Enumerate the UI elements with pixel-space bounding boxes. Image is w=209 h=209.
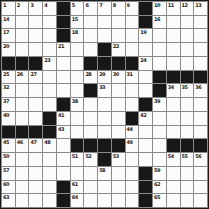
cell-r5c6[interactable] (71, 57, 84, 70)
cell-r3c8[interactable] (98, 29, 111, 42)
cell-r13c9[interactable] (112, 167, 125, 180)
clue-number-6: 6 (85, 2, 88, 8)
cell-r10c4-black (43, 126, 56, 139)
cell-r10c15[interactable] (194, 126, 207, 139)
cell-r3c14[interactable] (181, 29, 194, 42)
clue-number-24: 24 (140, 57, 146, 63)
cell-r6c11[interactable] (139, 71, 152, 84)
cell-r13c8[interactable]: 58 (98, 167, 111, 180)
clue-number-64: 64 (72, 194, 78, 200)
cell-r2c2[interactable] (16, 16, 29, 29)
cell-r2c3[interactable] (29, 16, 42, 29)
cell-r12c1[interactable]: 50 (2, 153, 15, 166)
cell-r4c4[interactable] (43, 43, 56, 56)
cell-r2c15[interactable] (194, 16, 207, 29)
clue-number-55: 55 (182, 153, 188, 159)
clue-number-17: 17 (3, 29, 9, 35)
clue-number-27: 27 (30, 71, 36, 77)
cell-r14c5-black (57, 181, 70, 194)
cell-r15c12[interactable]: 65 (153, 194, 166, 207)
cell-r2c12[interactable]: 16 (153, 16, 166, 29)
cell-r5c15[interactable] (194, 57, 207, 70)
cell-r8c7[interactable] (84, 98, 97, 111)
cell-r1c2[interactable]: 2 (16, 2, 29, 15)
cell-r11c5[interactable] (57, 139, 70, 152)
cell-r6c9[interactable]: 30 (112, 71, 125, 84)
clue-number-47: 47 (30, 139, 36, 145)
cell-r5c8-black (98, 57, 111, 70)
cell-r5c14[interactable] (181, 57, 194, 70)
cell-r14c7[interactable] (84, 181, 97, 194)
cell-r1c7[interactable]: 6 (84, 2, 97, 15)
cell-r11c11[interactable] (139, 139, 152, 152)
cell-r3c4[interactable] (43, 29, 56, 42)
cell-r9c11[interactable]: 42 (139, 112, 152, 125)
cell-r15c14[interactable] (181, 194, 194, 207)
cell-r12c6[interactable]: 51 (71, 153, 84, 166)
cell-r3c2[interactable] (16, 29, 29, 42)
cell-r11c10[interactable]: 49 (126, 139, 139, 152)
cell-r6c2[interactable]: 26 (16, 71, 29, 84)
clue-number-21: 21 (58, 43, 64, 49)
cell-r15c7[interactable] (84, 194, 97, 207)
clue-number-25: 25 (3, 71, 9, 77)
cell-r4c2[interactable] (16, 43, 29, 56)
clue-number-52: 52 (85, 153, 91, 159)
clue-number-54: 54 (168, 153, 174, 159)
clue-number-13: 13 (195, 2, 201, 8)
cell-r14c2[interactable] (16, 181, 29, 194)
cell-r14c1[interactable]: 60 (2, 181, 15, 194)
clue-number-10: 10 (154, 2, 160, 8)
clue-number-16: 16 (154, 16, 160, 22)
clue-number-60: 60 (3, 181, 9, 187)
cell-r7c11[interactable] (139, 84, 152, 97)
cell-r10c3-black (29, 126, 42, 139)
cell-r15c9[interactable] (112, 194, 125, 207)
clue-number-59: 59 (154, 167, 160, 173)
cell-r8c14[interactable] (181, 98, 194, 111)
cell-r8c9[interactable] (112, 98, 125, 111)
cell-r13c14[interactable] (181, 167, 194, 180)
cell-r7c7-black (84, 84, 97, 97)
cell-r1c6[interactable]: 5 (71, 2, 84, 15)
cell-r15c4[interactable] (43, 194, 56, 207)
cell-r10c13[interactable] (167, 126, 180, 139)
clue-number-22: 22 (113, 43, 119, 49)
cell-r9c5[interactable]: 41 (57, 112, 70, 125)
cell-r14c12[interactable]: 62 (153, 181, 166, 194)
cell-r9c1[interactable]: 40 (2, 112, 15, 125)
cell-r10c10[interactable]: 44 (126, 126, 139, 139)
cell-r4c15[interactable] (194, 43, 207, 56)
cell-r3c10[interactable] (126, 29, 139, 42)
cell-r7c4[interactable] (43, 84, 56, 97)
cell-r14c6[interactable]: 61 (71, 181, 84, 194)
clue-number-1: 1 (3, 2, 6, 8)
clue-number-19: 19 (140, 29, 146, 35)
cell-r15c6[interactable]: 64 (71, 194, 84, 207)
cell-r1c3[interactable]: 3 (29, 2, 42, 15)
cell-r7c6[interactable] (71, 84, 84, 97)
clue-number-65: 65 (154, 194, 160, 200)
cell-r13c11-black (139, 167, 152, 180)
cell-r15c5-black (57, 194, 70, 207)
cell-r14c8[interactable] (98, 181, 111, 194)
cell-r10c5[interactable]: 43 (57, 126, 70, 139)
clue-number-53: 53 (113, 153, 119, 159)
cell-r4c11[interactable] (139, 43, 152, 56)
cell-r9c9[interactable] (112, 112, 125, 125)
cell-r8c10[interactable] (126, 98, 139, 111)
cell-r6c6[interactable] (71, 71, 84, 84)
cell-r3c6[interactable]: 18 (71, 29, 84, 42)
cell-r5c2-black (16, 57, 29, 70)
cell-r12c7[interactable]: 52 (84, 153, 97, 166)
cell-r6c4[interactable] (43, 71, 56, 84)
cell-r14c11-black (139, 181, 152, 194)
cell-r8c15[interactable] (194, 98, 207, 111)
clue-number-14: 14 (3, 16, 9, 22)
clue-number-12: 12 (182, 2, 188, 8)
cell-r6c7[interactable]: 28 (84, 71, 97, 84)
cell-r4c13[interactable] (167, 43, 180, 56)
cell-r1c15[interactable]: 13 (194, 2, 207, 15)
cell-r5c1-black (2, 57, 15, 70)
cell-r6c10[interactable]: 31 (126, 71, 139, 84)
cell-r5c9-black (112, 57, 125, 70)
cell-r4c1[interactable]: 20 (2, 43, 15, 56)
cell-r8c3[interactable] (29, 98, 42, 111)
cell-r5c3-black (29, 57, 42, 70)
cell-r13c10[interactable] (126, 167, 139, 180)
cell-r3c3[interactable] (29, 29, 42, 42)
cell-r9c7[interactable] (84, 112, 97, 125)
clue-number-33: 33 (99, 84, 105, 90)
cell-r9c2[interactable] (16, 112, 29, 125)
clue-number-36: 36 (195, 84, 201, 90)
clue-number-48: 48 (44, 139, 50, 145)
cell-r7c5[interactable] (57, 84, 70, 97)
clue-number-42: 42 (140, 112, 146, 118)
clue-number-3: 3 (30, 2, 33, 8)
cell-r12c5[interactable] (57, 153, 70, 166)
cell-r1c5-black (57, 2, 70, 15)
cell-r2c9[interactable] (112, 16, 125, 29)
cell-r8c13[interactable] (167, 98, 180, 111)
cell-r7c1[interactable]: 32 (2, 84, 15, 97)
clue-number-37: 37 (3, 98, 9, 104)
cell-r10c14[interactable] (181, 126, 194, 139)
cell-r9c14[interactable] (181, 112, 194, 125)
cell-r9c3[interactable] (29, 112, 42, 125)
cell-r12c2[interactable] (16, 153, 29, 166)
cell-r1c8[interactable]: 7 (98, 2, 111, 15)
cell-r10c12[interactable] (153, 126, 166, 139)
cell-r11c13-black (167, 139, 180, 152)
cell-r3c13[interactable] (167, 29, 180, 42)
clue-number-41: 41 (58, 112, 64, 118)
cell-r8c8[interactable] (98, 98, 111, 111)
cell-r13c13[interactable] (167, 167, 180, 180)
cell-r1c1[interactable]: 1 (2, 2, 15, 15)
cell-r1c10[interactable]: 9 (126, 2, 139, 15)
cell-r7c13[interactable]: 34 (167, 84, 180, 97)
clue-number-45: 45 (3, 139, 9, 145)
cell-r1c11-black (139, 2, 152, 15)
cell-r10c7[interactable] (84, 126, 97, 139)
cell-r15c15[interactable] (194, 194, 207, 207)
cell-r10c2-black (16, 126, 29, 139)
cell-r15c3[interactable] (29, 194, 42, 207)
cell-r6c13-black (167, 71, 180, 84)
cell-r8c11-black (139, 98, 152, 111)
cell-r7c8[interactable]: 33 (98, 84, 111, 97)
clue-number-63: 63 (3, 194, 9, 200)
cell-r2c6[interactable]: 15 (71, 16, 84, 29)
clue-number-28: 28 (85, 71, 91, 77)
clue-number-26: 26 (17, 71, 23, 77)
clue-number-18: 18 (72, 29, 78, 35)
cell-r2c5-black (57, 16, 70, 29)
cell-r1c14[interactable]: 12 (181, 2, 194, 15)
cell-r1c4[interactable]: 4 (43, 2, 56, 15)
cell-r8c5-black (57, 98, 70, 111)
cell-r7c3[interactable] (29, 84, 42, 97)
cell-r11c4[interactable]: 48 (43, 139, 56, 152)
cell-r7c9[interactable] (112, 84, 125, 97)
cell-r2c7[interactable] (84, 16, 97, 29)
cell-r3c15[interactable] (194, 29, 207, 42)
clue-number-23: 23 (44, 57, 50, 63)
cell-r11c6-black (71, 139, 84, 152)
cell-r10c8[interactable] (98, 126, 111, 139)
cell-r1c9[interactable]: 8 (112, 2, 125, 15)
cell-r11c1[interactable]: 45 (2, 139, 15, 152)
clue-number-7: 7 (99, 2, 102, 8)
cell-r10c9[interactable] (112, 126, 125, 139)
clue-number-50: 50 (3, 153, 9, 159)
cell-r12c10[interactable] (126, 153, 139, 166)
cell-r5c13[interactable] (167, 57, 180, 70)
cell-r15c10[interactable] (126, 194, 139, 207)
cell-r12c13[interactable]: 54 (167, 153, 180, 166)
cell-r14c13[interactable] (167, 181, 180, 194)
cell-r3c1[interactable]: 17 (2, 29, 15, 42)
clue-number-39: 39 (154, 98, 160, 104)
cell-r4c10[interactable] (126, 43, 139, 56)
clue-number-11: 11 (168, 2, 174, 8)
clue-number-32: 32 (3, 84, 9, 90)
cell-r6c5[interactable] (57, 71, 70, 84)
clue-number-46: 46 (17, 139, 23, 145)
cell-r11c14-black (181, 139, 194, 152)
cell-r13c15[interactable] (194, 167, 207, 180)
clue-number-15: 15 (72, 16, 78, 22)
cell-r13c7[interactable] (84, 167, 97, 180)
cell-r12c11[interactable] (139, 153, 152, 166)
cell-r11c7-black (84, 139, 97, 152)
cell-r9c12[interactable] (153, 112, 166, 125)
cell-r6c14-black (181, 71, 194, 84)
cell-r6c15-black (194, 71, 207, 84)
cell-r4c8-black (98, 43, 111, 56)
cell-r15c8[interactable] (98, 194, 111, 207)
cell-r4c7[interactable] (84, 43, 97, 56)
cell-r4c3[interactable] (29, 43, 42, 56)
clue-number-20: 20 (3, 43, 9, 49)
cell-r13c2[interactable] (16, 167, 29, 180)
cell-r14c9[interactable] (112, 181, 125, 194)
cell-r12c3[interactable] (29, 153, 42, 166)
cell-r9c6[interactable] (71, 112, 84, 125)
clue-number-49: 49 (127, 139, 133, 145)
cell-r10c11[interactable] (139, 126, 152, 139)
cell-r7c12-black (153, 84, 166, 97)
cell-r7c2[interactable] (16, 84, 29, 97)
cell-r12c15[interactable]: 56 (194, 153, 207, 166)
cell-r14c3[interactable] (29, 181, 42, 194)
cell-r2c14[interactable] (181, 16, 194, 29)
cell-r5c12[interactable] (153, 57, 166, 70)
cell-r2c10[interactable] (126, 16, 139, 29)
clue-number-31: 31 (127, 71, 133, 77)
cell-r14c10[interactable] (126, 181, 139, 194)
cell-r8c2[interactable] (16, 98, 29, 111)
cell-r8c1[interactable]: 37 (2, 98, 15, 111)
cell-r5c7-black (84, 57, 97, 70)
crossword-grid: 1234567891011121314151617181920212223242… (0, 0, 209, 209)
clue-number-38: 38 (72, 98, 78, 104)
cell-r7c14[interactable]: 35 (181, 84, 194, 97)
cell-r15c13[interactable] (167, 194, 180, 207)
clue-number-2: 2 (17, 2, 20, 8)
cell-r14c15[interactable] (194, 181, 207, 194)
cell-r15c1[interactable]: 63 (2, 194, 15, 207)
clue-number-40: 40 (3, 112, 9, 118)
cell-r7c15[interactable]: 36 (194, 84, 207, 97)
clue-number-61: 61 (72, 181, 78, 187)
clue-number-4: 4 (44, 2, 47, 8)
cell-r9c8[interactable] (98, 112, 111, 125)
cell-r9c10-black (126, 112, 139, 125)
cell-r11c12[interactable] (153, 139, 166, 152)
cell-r5c11[interactable]: 24 (139, 57, 152, 70)
clue-number-30: 30 (113, 71, 119, 77)
cell-r12c4[interactable] (43, 153, 56, 166)
cell-r3c9[interactable] (112, 29, 125, 42)
cell-r2c11-black (139, 16, 152, 29)
cell-r14c4[interactable] (43, 181, 56, 194)
clue-number-62: 62 (154, 181, 160, 187)
clue-number-43: 43 (58, 126, 64, 132)
cell-r3c12[interactable] (153, 29, 166, 42)
cell-r5c10-black (126, 57, 139, 70)
cell-r3c7[interactable] (84, 29, 97, 42)
cell-r4c14[interactable] (181, 43, 194, 56)
cell-r13c6[interactable] (71, 167, 84, 180)
cell-r11c9-black (112, 139, 125, 152)
cell-r1c13[interactable]: 11 (167, 2, 180, 15)
cell-r5c4[interactable]: 23 (43, 57, 56, 70)
clue-number-9: 9 (127, 2, 130, 8)
cell-r12c12[interactable] (153, 153, 166, 166)
cell-r4c9[interactable]: 22 (112, 43, 125, 56)
cell-r13c12[interactable]: 59 (153, 167, 166, 180)
cell-r7c10[interactable] (126, 84, 139, 97)
cell-r12c9[interactable]: 53 (112, 153, 125, 166)
cell-r11c3[interactable]: 47 (29, 139, 42, 152)
cell-r4c5[interactable]: 21 (57, 43, 70, 56)
cell-r2c8[interactable] (98, 16, 111, 29)
cell-r2c4[interactable] (43, 16, 56, 29)
cell-r12c8-black (98, 153, 111, 166)
cell-r4c12[interactable] (153, 43, 166, 56)
cell-r6c3[interactable]: 27 (29, 71, 42, 84)
clue-number-44: 44 (127, 126, 133, 132)
clue-number-5: 5 (72, 2, 75, 8)
cell-r13c5[interactable] (57, 167, 70, 180)
cell-r11c8-black (98, 139, 111, 152)
cell-r2c13[interactable] (167, 16, 180, 29)
cell-r9c13[interactable] (167, 112, 180, 125)
clue-number-8: 8 (113, 2, 116, 8)
cell-r2c1[interactable]: 14 (2, 16, 15, 29)
clue-number-58: 58 (99, 167, 105, 173)
clue-number-56: 56 (195, 153, 201, 159)
cell-r13c1[interactable]: 57 (2, 167, 15, 180)
clue-number-29: 29 (99, 71, 105, 77)
cell-r9c15[interactable] (194, 112, 207, 125)
cell-r8c12[interactable]: 39 (153, 98, 166, 111)
cell-r14c14[interactable] (181, 181, 194, 194)
clue-number-35: 35 (182, 84, 188, 90)
clue-number-51: 51 (72, 153, 78, 159)
cell-r8c4[interactable] (43, 98, 56, 111)
cell-r10c1-black (2, 126, 15, 139)
cell-r15c2[interactable] (16, 194, 29, 207)
cell-r1c12[interactable]: 10 (153, 2, 166, 15)
cell-r3c5-black (57, 29, 70, 42)
cell-r6c8[interactable]: 29 (98, 71, 111, 84)
cell-r5c5[interactable] (57, 57, 70, 70)
cell-r3c11[interactable]: 19 (139, 29, 152, 42)
clue-number-34: 34 (168, 84, 174, 90)
cell-r10c6[interactable] (71, 126, 84, 139)
cell-r6c1[interactable]: 25 (2, 71, 15, 84)
cell-r11c2[interactable]: 46 (16, 139, 29, 152)
cell-r4c6[interactable] (71, 43, 84, 56)
cell-r15c11-black (139, 194, 152, 207)
cell-r13c4[interactable] (43, 167, 56, 180)
cell-r12c14[interactable]: 55 (181, 153, 194, 166)
cell-r8c6[interactable]: 38 (71, 98, 84, 111)
clue-number-57: 57 (3, 167, 9, 173)
cell-r6c12-black (153, 71, 166, 84)
cell-r9c4-black (43, 112, 56, 125)
cell-r11c15-black (194, 139, 207, 152)
cell-r13c3[interactable] (29, 167, 42, 180)
